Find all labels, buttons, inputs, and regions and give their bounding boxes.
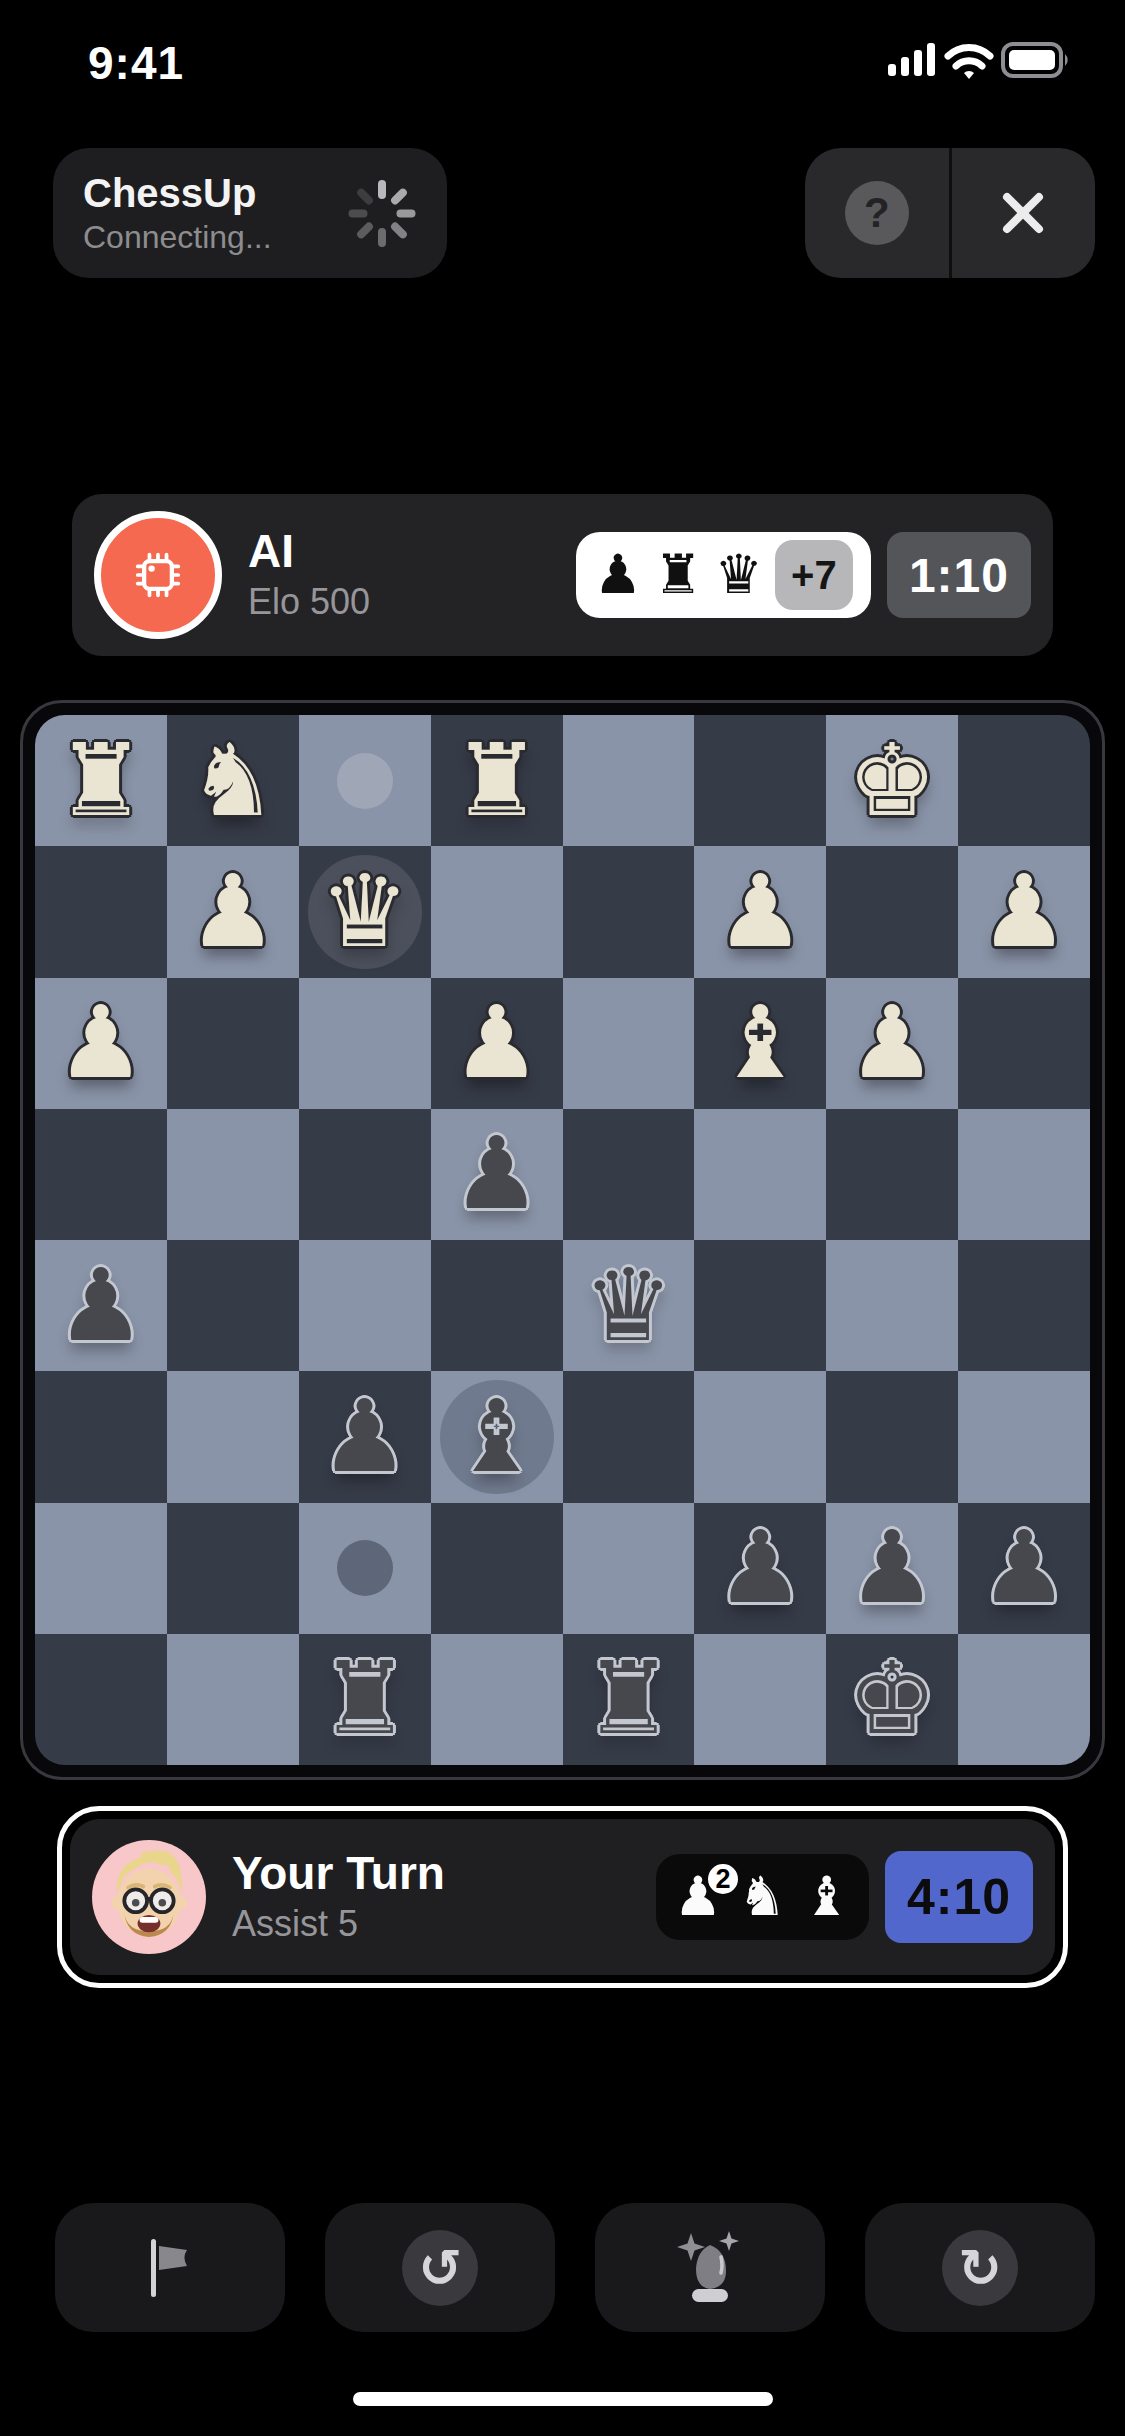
white-pawn: ♟	[452, 993, 542, 1093]
flag-icon	[147, 2237, 193, 2299]
material-advantage-badge: +7	[775, 540, 853, 610]
board-square[interactable]	[563, 1109, 695, 1240]
board-square[interactable]: ♝	[431, 1371, 563, 1502]
white-pawn: ♟	[188, 862, 278, 962]
cellular-signal-icon	[888, 43, 935, 76]
move-hint-dot	[337, 753, 393, 809]
board-square[interactable]: ♟	[431, 1109, 563, 1240]
opponent-captured-tray: ♟♜♛ +7	[576, 532, 871, 618]
board-square[interactable]	[431, 1503, 563, 1634]
board-square[interactable]	[826, 846, 958, 977]
board-square[interactable]: ♜	[299, 1634, 431, 1765]
white-pawn: ♟	[715, 862, 805, 962]
board-square[interactable]	[167, 1634, 299, 1765]
board-square[interactable]	[35, 846, 167, 977]
opponent-elo: Elo 500	[248, 581, 370, 623]
board-square[interactable]: ♟	[958, 846, 1090, 977]
board-square[interactable]	[958, 1371, 1090, 1502]
board-square[interactable]	[431, 1240, 563, 1371]
board-square[interactable]: ♟	[35, 978, 167, 1109]
captured-rook-icon: ♜	[654, 548, 702, 602]
board-square[interactable]	[299, 1109, 431, 1240]
chess-board: ♜♞♜♚♟♛♟♟♟♟♝♟♟♟♛♟♝♟♟♟♜♜♚	[35, 715, 1090, 1765]
white-rook: ♜	[452, 731, 542, 831]
action-bar: ↺ ↻	[55, 2203, 1095, 2332]
board-square[interactable]	[167, 1503, 299, 1634]
captured-queen-icon: ♛	[715, 548, 763, 602]
black-pawn: ♟	[56, 1256, 146, 1356]
board-square[interactable]	[299, 1503, 431, 1634]
board-square[interactable]: ♝	[694, 978, 826, 1109]
resign-button[interactable]	[55, 2203, 285, 2332]
board-square[interactable]	[958, 1109, 1090, 1240]
board-square[interactable]: ♜	[35, 715, 167, 846]
board-square[interactable]	[431, 1634, 563, 1765]
opponent-avatar	[94, 511, 222, 639]
home-indicator[interactable]	[353, 2392, 773, 2406]
captured-pawn-icon: ♟	[594, 548, 642, 602]
wifi-icon	[948, 47, 990, 66]
board-square[interactable]: ♟	[299, 1371, 431, 1502]
white-king: ♚	[847, 731, 937, 831]
board-square[interactable]	[167, 1371, 299, 1502]
board-square[interactable]: ♟	[35, 1240, 167, 1371]
battery-icon	[1003, 44, 1068, 76]
close-button[interactable]	[952, 148, 1096, 278]
board-square[interactable]	[299, 978, 431, 1109]
board-square[interactable]	[563, 715, 695, 846]
board-square[interactable]	[563, 1503, 695, 1634]
board-square[interactable]	[563, 846, 695, 977]
captured-pieces-slot: ♟♜♛	[594, 548, 763, 602]
black-pawn: ♟	[979, 1518, 1069, 1618]
white-rook: ♜	[56, 731, 146, 831]
board-square[interactable]	[694, 715, 826, 846]
board-square[interactable]: ♛	[299, 846, 431, 977]
user-avatar	[92, 1840, 206, 1954]
board-square[interactable]	[826, 1371, 958, 1502]
connection-status-text: Connecting...	[83, 219, 272, 256]
board-square[interactable]: ♟	[694, 1503, 826, 1634]
user-turn-label: Your Turn	[232, 1849, 445, 1897]
board-square[interactable]	[35, 1371, 167, 1502]
board-square[interactable]	[563, 1371, 695, 1502]
board-square[interactable]	[958, 715, 1090, 846]
white-pawn: ♟	[847, 993, 937, 1093]
user-clock: 4:10	[885, 1851, 1033, 1943]
black-rook: ♜	[584, 1649, 674, 1749]
memoji-face	[92, 1840, 206, 1954]
status-time: 9:41	[88, 36, 184, 90]
board-square[interactable]: ♟	[431, 978, 563, 1109]
board-square[interactable]: ♟	[167, 846, 299, 977]
white-knight: ♞	[188, 731, 278, 831]
board-square[interactable]	[299, 1240, 431, 1371]
app-title: ChessUp	[83, 171, 272, 215]
captured-knight-icon: ♞	[738, 1870, 786, 1924]
magic-hint-icon	[677, 2231, 743, 2305]
black-queen: ♛	[584, 1256, 674, 1356]
board-square[interactable]	[35, 1503, 167, 1634]
board-square[interactable]: ♟	[826, 978, 958, 1109]
undo-icon: ↺	[402, 2230, 478, 2306]
board-square[interactable]	[694, 1109, 826, 1240]
header-actions: ?	[805, 148, 1095, 278]
black-pawn: ♟	[847, 1518, 937, 1618]
redo-button[interactable]: ↻	[865, 2203, 1095, 2332]
captured-bishop-icon: ♝	[803, 1870, 851, 1924]
board-square[interactable]: ♜	[563, 1634, 695, 1765]
black-pawn: ♟	[715, 1518, 805, 1618]
black-king: ♚	[847, 1649, 937, 1749]
board-square[interactable]	[694, 1240, 826, 1371]
user-card-border: Your Turn Assist 5 ♟2♞♝ 4:10	[57, 1806, 1068, 1988]
board-square[interactable]	[35, 1634, 167, 1765]
board-square[interactable]	[958, 978, 1090, 1109]
board-square[interactable]	[694, 1371, 826, 1502]
board-square[interactable]: ♜	[431, 715, 563, 846]
opponent-clock: 1:10	[887, 532, 1031, 618]
connection-status-pill: ChessUp Connecting...	[53, 148, 447, 278]
board-square[interactable]	[167, 1109, 299, 1240]
status-icons	[888, 40, 1073, 82]
board-square[interactable]	[167, 1240, 299, 1371]
board-square[interactable]	[958, 1240, 1090, 1371]
board-square[interactable]	[167, 978, 299, 1109]
hint-button[interactable]	[595, 2203, 825, 2332]
user-captured-tray: ♟2♞♝	[656, 1854, 869, 1940]
black-bishop: ♝	[452, 1387, 542, 1487]
black-rook: ♜	[320, 1649, 410, 1749]
board-square[interactable]	[35, 1109, 167, 1240]
white-bishop: ♝	[715, 993, 805, 1093]
cpu-chip-icon	[126, 543, 190, 607]
board-square[interactable]: ♛	[563, 1240, 695, 1371]
white-pawn: ♟	[979, 862, 1069, 962]
white-queen: ♛	[320, 862, 410, 962]
board-square[interactable]	[958, 1634, 1090, 1765]
board-frame: ♜♞♜♚♟♛♟♟♟♟♝♟♟♟♛♟♝♟♟♟♜♜♚	[20, 700, 1105, 1780]
board-square[interactable]	[694, 1634, 826, 1765]
board-square[interactable]	[431, 846, 563, 977]
board-square[interactable]: ♟	[694, 846, 826, 977]
board-square[interactable]: ♞	[167, 715, 299, 846]
captured-pawn-icon: ♟2	[674, 1870, 722, 1924]
user-card: Your Turn Assist 5 ♟2♞♝ 4:10	[70, 1819, 1055, 1975]
board-square[interactable]	[826, 1240, 958, 1371]
board-square[interactable]	[299, 715, 431, 846]
white-pawn: ♟	[56, 993, 146, 1093]
captured-pieces-slot: ♟2♞♝	[674, 1870, 851, 1924]
user-assist-level: Assist 5	[232, 1903, 445, 1945]
board-square[interactable]: ♚	[826, 715, 958, 846]
black-pawn: ♟	[320, 1387, 410, 1487]
board-square[interactable]	[826, 1109, 958, 1240]
loading-spinner-icon	[347, 178, 417, 248]
black-pawn: ♟	[452, 1124, 542, 1224]
help-button[interactable]: ?	[805, 148, 949, 278]
question-mark-icon: ?	[845, 181, 909, 245]
opponent-name: AI	[248, 527, 370, 575]
close-icon	[1000, 190, 1046, 236]
opponent-card: AI Elo 500 ♟♜♛ +7 1:10	[72, 494, 1053, 656]
wifi-dot	[964, 71, 974, 79]
undo-button[interactable]: ↺	[325, 2203, 555, 2332]
board-square[interactable]: ♟	[826, 1503, 958, 1634]
board-square[interactable]: ♚	[826, 1634, 958, 1765]
board-square[interactable]	[563, 978, 695, 1109]
move-hint-dot	[337, 1540, 393, 1596]
captured-count-badge: 2	[704, 1860, 742, 1898]
redo-icon: ↻	[942, 2230, 1018, 2306]
board-square[interactable]: ♟	[958, 1503, 1090, 1634]
